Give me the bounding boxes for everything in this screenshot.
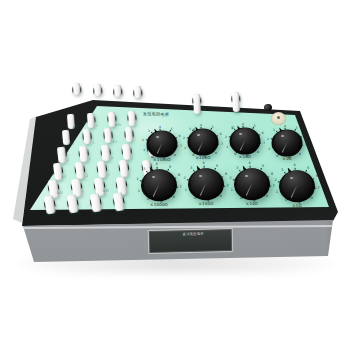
plug-key — [61, 131, 70, 132]
single-plug-label: G — [232, 127, 235, 130]
dial-number: 2 — [267, 137, 269, 140]
dial-number: 5 — [296, 126, 298, 129]
panel-value-marking: 0.5 — [113, 140, 118, 143]
plug-key — [141, 160, 151, 161]
dial-number: 0 — [285, 200, 287, 203]
plug-key — [115, 177, 126, 179]
knob-scale-label: ×100Ω — [198, 202, 213, 206]
plug-post — [192, 93, 200, 113]
dial-number: 4 — [242, 122, 244, 125]
panel-value-marking: 1 — [67, 159, 69, 162]
plug-key — [89, 194, 100, 196]
dial-number: 2 — [136, 178, 138, 181]
panel-value-marking: 2 — [86, 174, 88, 177]
dial-number: 5 — [171, 127, 173, 130]
plug-key — [96, 162, 106, 163]
panel-value-marking: 5 — [111, 157, 113, 160]
dial-number: 2 — [142, 138, 144, 141]
plug-key — [56, 147, 66, 148]
panel-value-marking: ∿ — [71, 216, 74, 219]
dial-number: 0 — [240, 198, 242, 201]
dial-number: 8 — [173, 196, 175, 199]
dial-number: 2 — [229, 177, 231, 180]
plug-key — [78, 146, 88, 147]
dial-number: 7 — [305, 144, 307, 147]
plug-key — [52, 164, 62, 165]
panel-value-marking: 0.1 — [46, 214, 51, 217]
plug-post — [73, 82, 80, 95]
dial-number: 3 — [189, 127, 191, 130]
dial-number: 1 — [143, 148, 145, 151]
plug-key — [100, 145, 110, 146]
dial-number: 6 — [304, 134, 306, 137]
dial-number: 0 — [147, 199, 149, 202]
panel-value-marking: 0.05 — [103, 189, 109, 192]
dial-number: 1 — [268, 147, 270, 150]
dial-number: 2 — [183, 177, 185, 180]
dial-number: 5 — [254, 124, 256, 127]
binding-post-center — [277, 116, 280, 119]
dial-number: 4 — [294, 165, 296, 168]
knob-scale-label: ×10Ω — [239, 155, 251, 159]
dial-number: 5 — [262, 165, 264, 168]
dial-number: 7 — [180, 145, 182, 148]
plug-key — [127, 112, 136, 113]
dial-number: 5 — [212, 125, 214, 128]
panel-value-marking: 0.01 — [57, 191, 63, 194]
plug-key — [118, 161, 128, 162]
knob-scale-label: ×1Ω — [292, 204, 302, 208]
dial-number: 3 — [143, 168, 145, 171]
panel-subtitle-text: — ×0.1 — — [143, 111, 159, 114]
dial-number: 0 — [234, 153, 236, 156]
panel-value-marking: ∿ — [89, 158, 92, 161]
nameplate: 直流电阻电桥 — [148, 228, 234, 254]
plug-key — [74, 163, 84, 164]
dial-number: 0 — [276, 155, 278, 158]
dial-number: 6 — [262, 132, 264, 135]
dial-number: 1 — [226, 145, 228, 148]
plug-key — [66, 195, 77, 197]
plug-post — [87, 112, 95, 127]
dial-number: 7 — [263, 142, 265, 145]
dial-number: 8 — [266, 195, 268, 198]
dial-number: 7 — [272, 185, 274, 188]
dial-number: 1 — [184, 146, 186, 149]
panel-value-marking: 0.5 — [94, 216, 99, 219]
plug-post — [231, 91, 239, 111]
dial-number: 2 — [274, 179, 276, 182]
dial-number: 3 — [190, 167, 192, 170]
dial-number: 1 — [231, 189, 233, 192]
dial-number: 4 — [156, 164, 158, 167]
dial-number: 4 — [200, 123, 202, 126]
dial-number: 1 — [138, 190, 140, 193]
plug-key — [93, 178, 104, 180]
dial-number: 7 — [221, 143, 223, 146]
dial-number: 2 — [183, 136, 185, 139]
dial-number: 4 — [249, 163, 251, 166]
knob-scale-label: ×100Ω — [195, 156, 210, 160]
plug-post — [128, 110, 136, 125]
plug-key — [107, 113, 116, 114]
plug-post — [101, 144, 110, 161]
dial-number: 7 — [226, 185, 228, 188]
dial-number: 6 — [178, 175, 180, 178]
plug-key — [70, 179, 81, 181]
plug-key — [121, 144, 131, 145]
dial-number: 6 — [316, 176, 318, 179]
dial-number: 8 — [220, 195, 222, 198]
panel-value-marking: 0.2 — [62, 175, 67, 178]
knob-scale-label: ×1000Ω — [150, 203, 168, 207]
dial-number: 3 — [148, 129, 150, 132]
dial-number: 0 — [192, 154, 194, 157]
knob-scale-label: ×1Ω — [282, 157, 292, 161]
plug-key — [66, 115, 75, 116]
dial-number: 8 — [257, 151, 259, 154]
panel-value-marking: 0.1 — [70, 142, 75, 145]
dial-number: 4 — [284, 124, 286, 127]
panel-value-marking: ∿ — [93, 141, 96, 144]
panel-value-marking: ∿ — [82, 191, 85, 194]
plug-key — [43, 196, 54, 198]
plug-post — [114, 84, 121, 97]
plug-key — [47, 180, 58, 182]
dial-number: 2 — [225, 135, 227, 138]
dial-number: 8 — [299, 153, 301, 156]
plug-key — [82, 130, 91, 131]
dial-number: 6 — [220, 133, 222, 136]
dial-number: 6 — [271, 174, 273, 177]
dial-number: 8 — [174, 154, 176, 157]
dial-number: 8 — [311, 197, 313, 200]
dial-number: 7 — [179, 186, 181, 189]
dial-number: 3 — [273, 128, 275, 131]
knob-scale-label: ×10Ω — [246, 202, 258, 206]
dial-number: 3 — [236, 167, 238, 170]
dial-number: 1 — [185, 189, 187, 192]
plug-key — [112, 193, 123, 195]
dial-number: 8 — [215, 152, 217, 155]
plug-post — [94, 83, 101, 96]
dial-number: 6 — [225, 174, 227, 177]
dial-number: 3 — [281, 169, 283, 172]
plug-post — [134, 85, 141, 98]
dial-number: 7 — [317, 187, 319, 190]
plug-key — [86, 114, 95, 115]
dial-number: 4 — [203, 163, 205, 166]
single-plug-label: B — [193, 129, 195, 132]
knob-scale-label: ×1000Ω — [153, 158, 171, 162]
dial-number: 5 — [169, 166, 171, 169]
dial-number: 1 — [276, 191, 278, 194]
nameplate-title: 直流电阻电桥 — [152, 231, 235, 237]
dial-number: 5 — [216, 165, 218, 168]
dial-number: 5 — [307, 167, 309, 170]
instrument-photo: 直流电阻电桥 直流电阻电桥 — ×0.1 — 0.01∿0.050.1∿0.51… — [0, 0, 360, 360]
dial-number: 0 — [194, 198, 196, 201]
dial-number: 4 — [159, 125, 161, 128]
dial-number: 6 — [179, 135, 181, 138]
